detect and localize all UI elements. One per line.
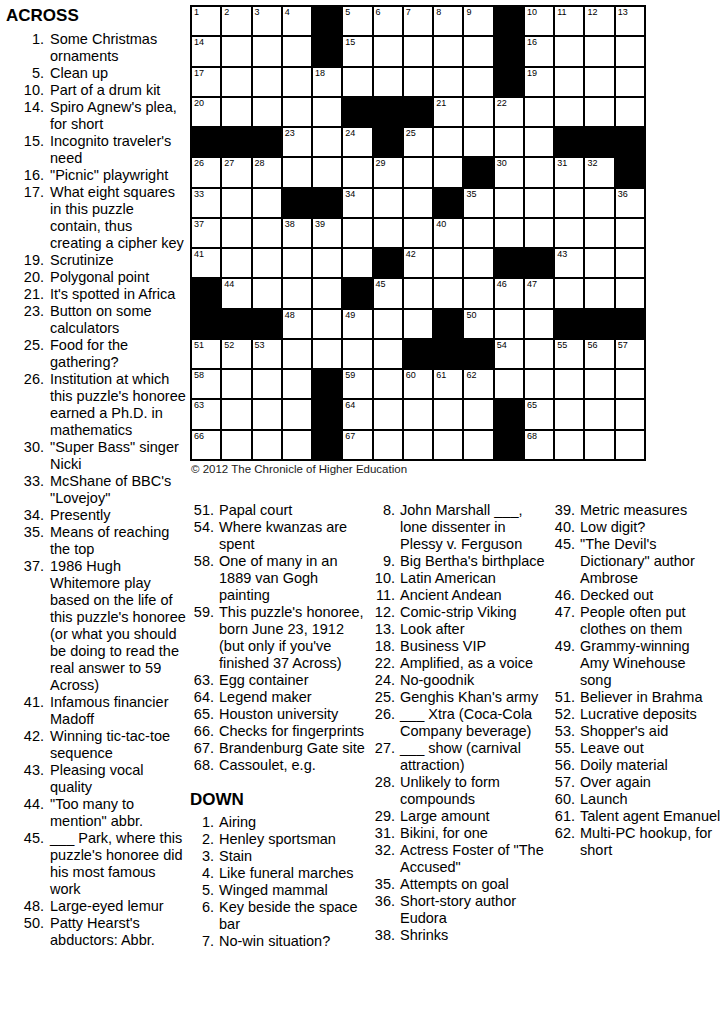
grid-cell[interactable] — [463, 278, 493, 308]
grid-cell[interactable] — [554, 188, 584, 218]
across-clues-column: ACROSS 1.Some Christmas ornaments5.Clean… — [6, 6, 186, 949]
grid-cell[interactable]: 66 — [191, 430, 221, 460]
clue-text: It's spotted in Africa — [50, 286, 186, 303]
clue: 42.Winning tic-tac-toe sequence — [6, 728, 186, 762]
clue-number: 64. — [190, 689, 214, 706]
clue-text: Amplified, as a voice — [400, 655, 548, 672]
grid-cell[interactable]: 57 — [615, 339, 645, 369]
grid-cell[interactable]: 41 — [191, 248, 221, 278]
cell-number: 65 — [527, 400, 537, 411]
grid-cell[interactable]: 24 — [342, 127, 372, 157]
grid-cell[interactable] — [524, 157, 554, 187]
grid-cell[interactable] — [403, 430, 433, 460]
grid-cell[interactable] — [524, 188, 554, 218]
clue-text: Part of a drum kit — [50, 82, 186, 99]
grid-cell[interactable] — [584, 188, 614, 218]
grid-cell[interactable] — [221, 36, 251, 66]
grid-cell[interactable] — [221, 218, 251, 248]
clue-number: 53. — [551, 723, 575, 740]
grid-cell[interactable]: 1 — [191, 6, 221, 36]
grid-cell[interactable]: 51 — [191, 339, 221, 369]
grid-cell[interactable] — [494, 188, 524, 218]
clue-text: Cassoulet, e.g. — [219, 757, 367, 774]
grid-cell[interactable]: 67 — [342, 430, 372, 460]
cell-number: 2 — [224, 7, 229, 18]
grid-cell[interactable]: 14 — [191, 36, 221, 66]
grid-cell[interactable]: 16 — [524, 36, 554, 66]
grid-cell[interactable]: 5 — [342, 6, 372, 36]
grid-cell[interactable]: 54 — [494, 339, 524, 369]
grid-cell[interactable] — [221, 188, 251, 218]
grid-cell[interactable] — [373, 67, 403, 97]
clue-number: 25. — [371, 689, 395, 706]
clue-text: "The Devil's Dictionary" author Ambrose — [580, 536, 721, 587]
clue-text: Actress Foster of "The Accused" — [400, 842, 548, 876]
black-cell — [312, 399, 342, 429]
clue-number: 66. — [190, 723, 214, 740]
grid-cell[interactable]: 68 — [524, 430, 554, 460]
grid-cell[interactable]: 35 — [463, 188, 493, 218]
grid-cell[interactable] — [433, 278, 463, 308]
grid-cell[interactable] — [433, 430, 463, 460]
grid-cell[interactable]: 56 — [584, 339, 614, 369]
grid-cell[interactable] — [554, 369, 584, 399]
black-cell — [584, 309, 614, 339]
clue: 17.What eight squares in this puzzle con… — [6, 184, 186, 252]
grid-cell[interactable]: 8 — [433, 6, 463, 36]
grid-cell[interactable]: 11 — [554, 6, 584, 36]
clue-number: 1. — [190, 814, 214, 831]
grid-cell[interactable] — [252, 369, 282, 399]
grid-cell[interactable] — [252, 399, 282, 429]
cell-number: 24 — [345, 128, 355, 139]
grid-cell[interactable] — [221, 369, 251, 399]
cell-number: 25 — [406, 128, 416, 139]
clue: 62.Multi-PC hookup, for short — [551, 825, 721, 859]
grid-cell[interactable]: 40 — [433, 218, 463, 248]
grid-cell[interactable] — [615, 67, 645, 97]
grid-cell[interactable] — [494, 369, 524, 399]
grid-cell[interactable] — [463, 248, 493, 278]
grid-cell[interactable] — [403, 278, 433, 308]
grid-cell[interactable] — [524, 97, 554, 127]
grid-cell[interactable] — [584, 248, 614, 278]
clue: 3.Stain — [190, 848, 367, 865]
grid-cell[interactable]: 46 — [494, 278, 524, 308]
cell-number: 55 — [557, 340, 567, 351]
grid-cell[interactable] — [221, 97, 251, 127]
grid-cell[interactable]: 9 — [463, 6, 493, 36]
grid-cell[interactable]: 38 — [282, 218, 312, 248]
clue: 66.Checks for fingerprints — [190, 723, 367, 740]
clue-text: Button on some calculators — [50, 303, 186, 337]
clue-number: 14. — [6, 99, 44, 133]
grid-cell[interactable]: 3 — [252, 6, 282, 36]
cell-number: 49 — [345, 310, 355, 321]
grid-cell[interactable]: 15 — [342, 36, 372, 66]
grid-cell[interactable] — [312, 127, 342, 157]
cell-number: 38 — [285, 219, 295, 230]
cell-number: 61 — [436, 370, 446, 381]
grid-cell[interactable] — [282, 278, 312, 308]
grid-cell[interactable] — [252, 278, 282, 308]
black-cell — [615, 157, 645, 187]
grid-cell[interactable] — [494, 218, 524, 248]
grid-cell[interactable] — [373, 430, 403, 460]
grid-cell[interactable] — [252, 97, 282, 127]
clue: 26.___ Xtra (Coca-Cola Company beverage) — [371, 706, 548, 740]
grid-cell[interactable]: 48 — [282, 309, 312, 339]
grid-cell[interactable] — [403, 157, 433, 187]
grid-cell[interactable] — [463, 127, 493, 157]
grid-cell[interactable] — [433, 67, 463, 97]
clue-number: 42. — [6, 728, 44, 762]
grid-cell[interactable]: 10 — [524, 6, 554, 36]
cell-number: 32 — [587, 158, 597, 169]
grid-cell[interactable] — [554, 430, 584, 460]
grid-cell[interactable]: 33 — [191, 188, 221, 218]
grid-cell[interactable]: 44 — [221, 278, 251, 308]
grid-cell[interactable] — [282, 157, 312, 187]
grid-cell[interactable] — [463, 430, 493, 460]
grid-cell[interactable] — [312, 157, 342, 187]
grid-cell[interactable] — [373, 399, 403, 429]
grid-cell[interactable] — [342, 339, 372, 369]
grid-cell[interactable] — [463, 97, 493, 127]
clue: 41.Infamous financier Madoff — [6, 694, 186, 728]
clue-text: Latin American — [400, 570, 548, 587]
grid-cell[interactable] — [554, 399, 584, 429]
cell-number: 18 — [315, 68, 325, 79]
grid-cell[interactable] — [433, 127, 463, 157]
cell-number: 7 — [406, 7, 411, 18]
grid-cell[interactable] — [584, 399, 614, 429]
clue-text: Large-eyed lemur — [50, 898, 186, 915]
grid-cell[interactable] — [463, 399, 493, 429]
grid-cell[interactable] — [615, 218, 645, 248]
grid-cell[interactable] — [373, 218, 403, 248]
cell-number: 29 — [376, 158, 386, 169]
grid-cell[interactable] — [615, 399, 645, 429]
grid-cell[interactable] — [221, 67, 251, 97]
grid-cell[interactable]: 23 — [282, 127, 312, 157]
grid-cell[interactable] — [282, 369, 312, 399]
grid-cell[interactable]: 13 — [615, 6, 645, 36]
black-cell — [403, 339, 433, 369]
grid-cell[interactable] — [554, 36, 584, 66]
black-cell — [191, 309, 221, 339]
grid-cell[interactable]: 59 — [342, 369, 372, 399]
grid-cell[interactable] — [252, 36, 282, 66]
clue: 31.Bikini, for one — [371, 825, 548, 842]
grid-cell[interactable]: 7 — [403, 6, 433, 36]
grid-cell[interactable] — [584, 278, 614, 308]
cell-number: 22 — [497, 98, 507, 109]
clue-text: Institution at which this puzzle's honor… — [50, 371, 186, 439]
black-cell — [494, 67, 524, 97]
clue-text: Scrutinize — [50, 252, 186, 269]
grid-cell[interactable] — [403, 309, 433, 339]
grid-cell[interactable] — [463, 67, 493, 97]
grid-cell[interactable]: 65 — [524, 399, 554, 429]
grid-cell[interactable]: 25 — [403, 127, 433, 157]
cell-number: 27 — [224, 158, 234, 169]
grid-cell[interactable] — [463, 36, 493, 66]
grid-cell[interactable]: 45 — [373, 278, 403, 308]
grid-cell[interactable] — [342, 67, 372, 97]
grid-cell[interactable] — [342, 218, 372, 248]
grid-cell[interactable] — [403, 188, 433, 218]
cell-number: 19 — [527, 68, 537, 79]
clue-text: Leave out — [580, 740, 721, 757]
grid-cell[interactable]: 31 — [554, 157, 584, 187]
grid-cell[interactable] — [282, 36, 312, 66]
clue-text: Henley sportsman — [219, 831, 367, 848]
clue-number: 51. — [190, 502, 214, 519]
grid-cell[interactable] — [554, 67, 584, 97]
clue-number: 43. — [6, 762, 44, 796]
black-cell — [252, 309, 282, 339]
grid-cell[interactable] — [252, 218, 282, 248]
grid-cell[interactable] — [433, 157, 463, 187]
cell-number: 23 — [285, 128, 295, 139]
black-cell — [584, 127, 614, 157]
grid-cell[interactable]: 52 — [221, 339, 251, 369]
cell-number: 37 — [194, 219, 204, 230]
grid-cell[interactable]: 17 — [191, 67, 221, 97]
clue: 51.Papal court — [190, 502, 367, 519]
black-cell — [342, 97, 372, 127]
cell-number: 56 — [587, 340, 597, 351]
grid-cell[interactable] — [282, 399, 312, 429]
across-header: ACROSS — [6, 6, 186, 26]
grid-cell[interactable] — [403, 399, 433, 429]
clue-text: This puzzle's honoree, born June 23, 191… — [219, 604, 367, 672]
clue: 55.Leave out — [551, 740, 721, 757]
black-cell — [433, 339, 463, 369]
clue-text: Polygonal point — [50, 269, 186, 286]
cell-number: 11 — [557, 7, 566, 18]
grid-cell[interactable]: 12 — [584, 6, 614, 36]
down-clues-3: 39.Metric measures40.Low digit?45."The D… — [551, 502, 721, 859]
grid-cell[interactable] — [584, 369, 614, 399]
grid-cell[interactable] — [584, 430, 614, 460]
grid-cell[interactable] — [403, 67, 433, 97]
grid-cell[interactable] — [524, 309, 554, 339]
grid-cell[interactable]: 27 — [221, 157, 251, 187]
grid-cell[interactable]: 36 — [615, 188, 645, 218]
grid-cell[interactable]: 64 — [342, 399, 372, 429]
clue: 50.Patty Hearst's abductors: Abbr. — [6, 915, 186, 949]
grid-cell[interactable]: 39 — [312, 218, 342, 248]
black-cell — [463, 157, 493, 187]
grid-cell[interactable] — [524, 127, 554, 157]
clue: 21.It's spotted in Africa — [6, 286, 186, 303]
clue-number: 31. — [371, 825, 395, 842]
grid-cell[interactable]: 55 — [554, 339, 584, 369]
clue-text: ___ show (carnival attraction) — [400, 740, 548, 774]
clue-number: 45. — [551, 536, 575, 587]
grid-cell[interactable]: 26 — [191, 157, 221, 187]
grid-cell[interactable]: 49 — [342, 309, 372, 339]
grid-cell[interactable] — [252, 67, 282, 97]
clue: 39.Metric measures — [551, 502, 721, 519]
clue-text: Bikini, for one — [400, 825, 548, 842]
grid-cell[interactable] — [403, 218, 433, 248]
cell-number: 68 — [527, 431, 537, 442]
cell-number: 46 — [497, 279, 507, 290]
clue-text: Pleasing vocal quality — [50, 762, 186, 796]
clue-number: 2. — [190, 831, 214, 848]
grid-cell[interactable] — [252, 430, 282, 460]
grid-cell[interactable]: 43 — [554, 248, 584, 278]
cell-number: 6 — [376, 7, 381, 18]
grid-cell[interactable]: 18 — [312, 67, 342, 97]
grid-cell[interactable] — [554, 218, 584, 248]
grid-cell[interactable] — [342, 248, 372, 278]
clue-number: 12. — [371, 604, 395, 621]
clue: 52.Lucrative deposits — [551, 706, 721, 723]
grid-cell[interactable]: 2 — [221, 6, 251, 36]
clue: 11.Ancient Andean — [371, 587, 548, 604]
grid-cell[interactable]: 50 — [463, 309, 493, 339]
grid-cell[interactable] — [615, 248, 645, 278]
clue-text: Ancient Andean — [400, 587, 548, 604]
grid-cell[interactable]: 34 — [342, 188, 372, 218]
grid-cell[interactable]: 47 — [524, 278, 554, 308]
grid-cell[interactable] — [403, 36, 433, 66]
grid-cell[interactable]: 58 — [191, 369, 221, 399]
grid-cell[interactable] — [312, 309, 342, 339]
grid-cell[interactable] — [312, 248, 342, 278]
grid-cell[interactable]: 53 — [252, 339, 282, 369]
grid-cell[interactable]: 60 — [403, 369, 433, 399]
grid-cell[interactable] — [282, 67, 312, 97]
clue: 25.Food for the gathering? — [6, 337, 186, 371]
clue: 53.Shopper's aid — [551, 723, 721, 740]
grid-cell[interactable]: 4 — [282, 6, 312, 36]
cell-number: 41 — [194, 249, 204, 260]
grid-cell[interactable] — [221, 248, 251, 278]
grid-cell[interactable] — [342, 157, 372, 187]
grid-cell[interactable] — [373, 36, 403, 66]
grid-cell[interactable]: 42 — [403, 248, 433, 278]
grid-cell[interactable] — [584, 97, 614, 127]
grid-cell[interactable] — [433, 248, 463, 278]
cell-number: 44 — [224, 279, 234, 290]
clue-text: Like funeral marches — [219, 865, 367, 882]
grid-cell[interactable] — [373, 339, 403, 369]
grid-cell[interactable] — [494, 309, 524, 339]
clue-number: 10. — [6, 82, 44, 99]
grid-cell[interactable] — [312, 278, 342, 308]
clue: 4.Like funeral marches — [190, 865, 367, 882]
clue: 45.___ Park, where this puzzle's honoree… — [6, 830, 186, 898]
grid-cell[interactable] — [373, 369, 403, 399]
clue: 5.Clean up — [6, 65, 186, 82]
grid-cell[interactable] — [615, 278, 645, 308]
grid-cell[interactable]: 32 — [584, 157, 614, 187]
clue: 13.Look after — [371, 621, 548, 638]
grid-cell[interactable] — [615, 36, 645, 66]
grid-cell[interactable]: 19 — [524, 67, 554, 97]
grid-cell[interactable] — [312, 97, 342, 127]
grid-cell[interactable]: 22 — [494, 97, 524, 127]
cell-number: 3 — [255, 7, 260, 18]
grid-cell[interactable] — [524, 339, 554, 369]
clue: 8.John Marshall ___, lone dissenter in P… — [371, 502, 548, 553]
grid-cell[interactable] — [584, 218, 614, 248]
clue-number: 11. — [371, 587, 395, 604]
clue: 58.One of many in an 1889 van Gogh paint… — [190, 553, 367, 604]
clue-text: Egg container — [219, 672, 367, 689]
grid-cell[interactable] — [282, 430, 312, 460]
grid-cell[interactable] — [554, 278, 584, 308]
clue-text: Metric measures — [580, 502, 721, 519]
grid-cell[interactable] — [615, 430, 645, 460]
clue-number: 27. — [371, 740, 395, 774]
grid-cell[interactable]: 6 — [373, 6, 403, 36]
clue-number: 20. — [6, 269, 44, 286]
grid-cell[interactable] — [615, 97, 645, 127]
grid-cell[interactable] — [282, 339, 312, 369]
grid-cell[interactable]: 20 — [191, 97, 221, 127]
grid-cell[interactable]: 63 — [191, 399, 221, 429]
grid-cell[interactable] — [433, 36, 463, 66]
grid-cell[interactable]: 29 — [373, 157, 403, 187]
grid-cell[interactable]: 30 — [494, 157, 524, 187]
grid-cell[interactable]: 37 — [191, 218, 221, 248]
cell-number: 12 — [587, 7, 597, 18]
grid-cell[interactable] — [615, 369, 645, 399]
grid-cell[interactable] — [252, 248, 282, 278]
grid-cell[interactable] — [221, 430, 251, 460]
clue-text: Comic-strip Viking — [400, 604, 548, 621]
clue: 6.Key beside the space bar — [190, 899, 367, 933]
grid-cell[interactable]: 61 — [433, 369, 463, 399]
grid-cell[interactable] — [494, 127, 524, 157]
clue-text: Winged mammal — [219, 882, 367, 899]
grid-cell[interactable] — [524, 218, 554, 248]
grid-cell[interactable]: 21 — [433, 97, 463, 127]
grid-cell[interactable] — [463, 218, 493, 248]
grid-cell[interactable]: 28 — [252, 157, 282, 187]
clue: 20.Polygonal point — [6, 269, 186, 286]
grid-cell[interactable] — [312, 339, 342, 369]
grid-cell[interactable] — [584, 36, 614, 66]
grid-cell[interactable]: 62 — [463, 369, 493, 399]
grid-cell[interactable] — [252, 188, 282, 218]
grid-cell[interactable] — [584, 67, 614, 97]
cell-number: 66 — [194, 431, 204, 442]
clue: 10.Part of a drum kit — [6, 82, 186, 99]
clue-number: 47. — [551, 604, 575, 638]
grid-cell[interactable] — [282, 97, 312, 127]
clue-text: Papal court — [219, 502, 367, 519]
black-cell — [433, 309, 463, 339]
grid-cell[interactable] — [221, 399, 251, 429]
grid-cell[interactable] — [433, 399, 463, 429]
grid-cell[interactable] — [524, 369, 554, 399]
grid-cell[interactable] — [373, 188, 403, 218]
clue-number: 15. — [6, 133, 44, 167]
grid-cell[interactable] — [282, 248, 312, 278]
cell-number: 59 — [345, 370, 355, 381]
clue-number: 58. — [190, 553, 214, 604]
black-cell — [554, 127, 584, 157]
grid-cell[interactable] — [373, 309, 403, 339]
grid-cell[interactable] — [554, 97, 584, 127]
